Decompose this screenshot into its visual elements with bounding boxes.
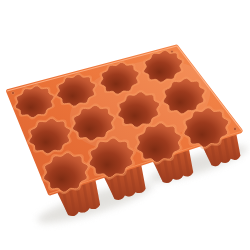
corner-hole: [234, 128, 237, 131]
corner-hole: [12, 92, 15, 95]
product-photo: [0, 0, 250, 250]
photo-canvas: [0, 0, 250, 250]
